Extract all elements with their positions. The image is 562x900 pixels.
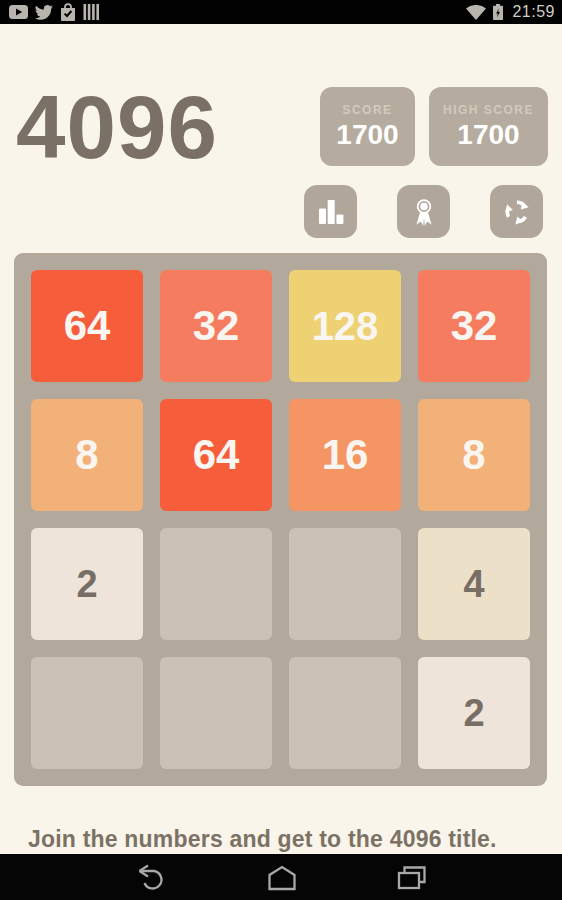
back-button[interactable] <box>134 863 170 891</box>
achievements-button[interactable] <box>397 185 450 238</box>
wifi-icon <box>466 5 486 20</box>
empty-cell <box>160 528 272 640</box>
clock: 21:59 <box>510 3 555 21</box>
game-app: 4096 SCORE 1700 HIGH SCORE 1700 <box>0 24 562 854</box>
tile-64: 64 <box>31 270 143 382</box>
refresh-cycle-icon <box>502 197 532 227</box>
score-panel: SCORE 1700 HIGH SCORE 1700 <box>320 87 548 166</box>
toolbar <box>304 185 543 238</box>
restart-icon-button[interactable] <box>490 185 543 238</box>
score-value: 1700 <box>336 120 398 151</box>
bar-chart-icon <box>316 197 346 227</box>
tile-8: 8 <box>31 399 143 511</box>
tile-128: 128 <box>289 270 401 382</box>
tile-4: 4 <box>418 528 530 640</box>
recent-apps-icon <box>394 864 428 891</box>
twitter-icon <box>35 5 53 20</box>
tile-2: 2 <box>418 657 530 769</box>
instruction-text: Join the numbers and get to the 4096 tit… <box>28 826 497 853</box>
empty-cell <box>289 657 401 769</box>
tile-8: 8 <box>418 399 530 511</box>
tile-32: 32 <box>418 270 530 382</box>
home-button[interactable] <box>264 864 300 891</box>
battery-charging-icon <box>493 4 503 20</box>
status-bar[interactable]: 21:59 <box>0 0 562 24</box>
barcode-icon <box>83 4 100 20</box>
youtube-icon <box>9 5 28 19</box>
back-icon <box>134 863 170 891</box>
empty-cell <box>289 528 401 640</box>
recent-apps-button[interactable] <box>394 864 428 891</box>
tile-64: 64 <box>160 399 272 511</box>
empty-cell <box>31 657 143 769</box>
home-icon <box>264 864 300 891</box>
statistics-button[interactable] <box>304 185 357 238</box>
system-status-icons: 21:59 <box>466 3 555 21</box>
high-score-box: HIGH SCORE 1700 <box>429 87 548 166</box>
instruction-prefix: Join the numbers and get to the <box>28 826 390 852</box>
high-score-label: HIGH SCORE <box>443 103 534 117</box>
empty-cell <box>160 657 272 769</box>
notification-icons <box>9 3 100 21</box>
score-box: SCORE 1700 <box>320 87 415 166</box>
tile-32: 32 <box>160 270 272 382</box>
navigation-bar <box>0 854 562 900</box>
high-score-value: 1700 <box>457 120 519 151</box>
app-title: 4096 <box>16 83 218 172</box>
instruction-goal: 4096 title. <box>390 826 497 852</box>
play-store-update-icon <box>60 3 76 21</box>
board[interactable]: 643212832864168242 <box>14 253 547 786</box>
tile-2: 2 <box>31 528 143 640</box>
tile-16: 16 <box>289 399 401 511</box>
score-label: SCORE <box>342 103 392 117</box>
award-ribbon-icon <box>409 197 439 227</box>
screen: 21:59 4096 SCORE 1700 HIGH SCORE 1700 <box>0 0 562 900</box>
